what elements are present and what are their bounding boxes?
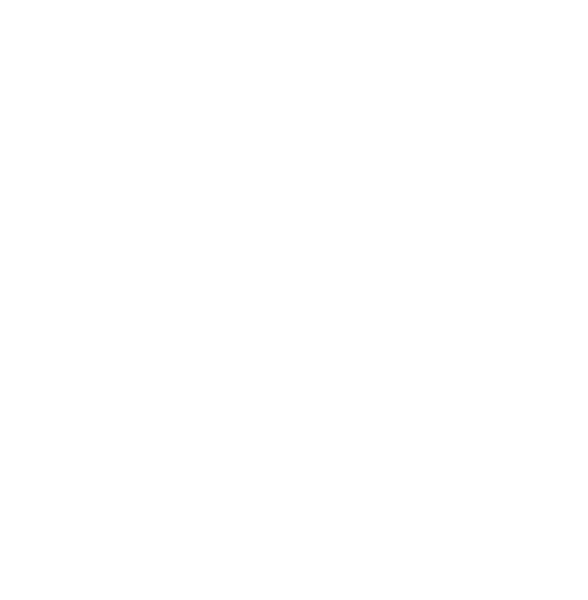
product-photo-stage (0, 0, 588, 600)
chocolate-mold (0, 0, 425, 370)
